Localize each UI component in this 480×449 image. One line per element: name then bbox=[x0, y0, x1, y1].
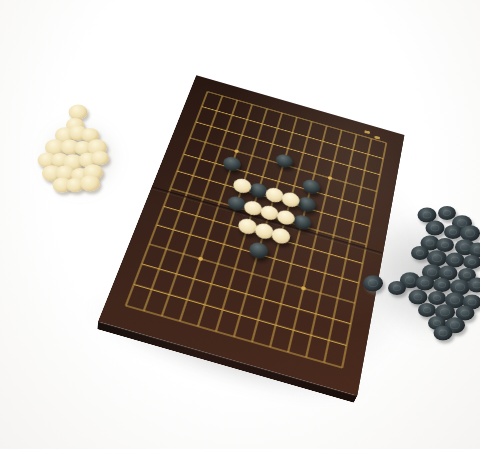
black-pile-stone bbox=[418, 303, 436, 317]
black-pile-stone bbox=[434, 326, 453, 341]
black-stone bbox=[301, 178, 322, 196]
white-pile-stone bbox=[80, 175, 100, 191]
black-pile-stone bbox=[363, 275, 383, 291]
black-stone bbox=[274, 152, 295, 169]
white-stone bbox=[270, 226, 292, 245]
board-perspective-wrap bbox=[148, 48, 388, 388]
black-pile-stone bbox=[426, 221, 445, 236]
black-pile-stone bbox=[463, 255, 480, 269]
white-pile-stone bbox=[69, 105, 88, 120]
black-pile-stone bbox=[468, 278, 480, 293]
white-pile-stone bbox=[91, 151, 109, 165]
black-pile-stone bbox=[388, 281, 406, 295]
black-pile-stone bbox=[433, 278, 451, 292]
black-pile-stone bbox=[416, 276, 435, 291]
go-scene-photo bbox=[0, 0, 480, 449]
black-stone bbox=[221, 155, 243, 173]
black-stone bbox=[247, 240, 270, 260]
